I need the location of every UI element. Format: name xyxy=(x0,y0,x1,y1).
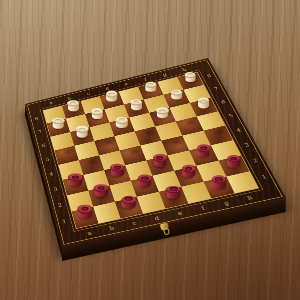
square-c6 xyxy=(90,122,115,141)
checker-core xyxy=(72,175,79,179)
square-a6 xyxy=(51,132,75,151)
square-h5 xyxy=(197,111,225,130)
coord-label-f-181x281: f xyxy=(190,202,216,214)
coord-label-8-280x26: 8 xyxy=(201,69,218,84)
checker-white-c7 xyxy=(91,108,103,119)
coord-label-g-212x281: g xyxy=(213,197,240,209)
coord-label-7-4x57: 7 xyxy=(33,124,46,140)
coord-label-1-280x243: 1 xyxy=(254,168,275,187)
checker-core xyxy=(109,92,115,95)
checker-red-a1 xyxy=(77,205,92,219)
checker-red-h2 xyxy=(227,155,241,168)
square-b1 xyxy=(93,202,120,224)
coord-label-a-26x281: a xyxy=(78,227,102,239)
checker-white-g7 xyxy=(171,89,183,100)
checker-red-c1 xyxy=(121,195,136,209)
checker-core xyxy=(125,197,133,201)
checker-white-h6 xyxy=(198,97,210,108)
checker-core xyxy=(81,207,89,211)
checker-white-d8 xyxy=(106,91,118,102)
checker-core xyxy=(79,128,86,132)
coord-label-c-88x281: c xyxy=(122,217,147,229)
checker-core xyxy=(215,177,222,181)
square-a5 xyxy=(55,146,79,165)
checker-red-c3 xyxy=(110,164,124,177)
checker-core xyxy=(133,100,139,103)
square-h4 xyxy=(204,126,233,146)
checker-core xyxy=(185,166,192,170)
square-g6 xyxy=(169,103,196,122)
checker-core xyxy=(170,187,178,191)
checker-core xyxy=(70,102,76,105)
square-f1 xyxy=(181,182,211,204)
checker-white-b6 xyxy=(76,126,89,138)
checker-white-b8 xyxy=(67,100,79,111)
checker-core xyxy=(201,99,207,102)
coord-label-3-4x181: 3 xyxy=(48,181,63,199)
square-d4 xyxy=(120,146,147,166)
coord-label-e-150x7: e xyxy=(116,79,137,89)
checker-red-b2 xyxy=(94,184,109,197)
checker-white-e7 xyxy=(130,99,142,110)
coord-label-5-280x119: 5 xyxy=(222,108,241,125)
checker-red-d2 xyxy=(138,175,152,188)
square-d1 xyxy=(137,192,166,214)
coord-label-1-4x243: 1 xyxy=(57,212,73,231)
table-surface: aa11bb22cc33dd44ee55ff66gg77hh88 xyxy=(0,0,300,300)
checker-white-f8 xyxy=(145,82,156,92)
checker-red-e1 xyxy=(166,186,181,200)
checker-white-f6 xyxy=(156,107,168,118)
coord-label-h-243x281: h xyxy=(237,192,264,204)
checker-core xyxy=(173,91,179,94)
coord-label-2-280x212: 2 xyxy=(245,152,265,171)
coord-label-7-280x57: 7 xyxy=(208,81,226,97)
square-e5 xyxy=(135,126,162,145)
coord-label-5-4x119: 5 xyxy=(41,151,55,168)
coord-label-4-4x150: 4 xyxy=(44,166,58,183)
coord-label-b-57x281: b xyxy=(100,222,125,234)
square-e6 xyxy=(129,113,155,132)
square-h1 xyxy=(226,171,258,193)
coord-label-a-26x7: a xyxy=(41,98,61,107)
square-b4 xyxy=(79,155,104,175)
square-d5 xyxy=(114,131,140,150)
checker-core xyxy=(141,176,148,180)
checker-white-h8 xyxy=(185,72,196,82)
coord-label-e-150x281: e xyxy=(167,207,193,219)
checker-white-d6 xyxy=(116,117,128,128)
checker-red-g3 xyxy=(197,145,210,157)
checker-red-f2 xyxy=(182,165,196,178)
coord-label-c-88x7: c xyxy=(78,89,99,98)
coord-label-8-4x26: 8 xyxy=(30,111,43,126)
coord-label-6-280x88: 6 xyxy=(214,94,232,110)
square-b5 xyxy=(74,141,99,160)
checker-core xyxy=(98,186,106,190)
coord-label-6-4x88: 6 xyxy=(37,138,51,154)
checker-core xyxy=(148,83,154,86)
square-c5 xyxy=(94,136,119,155)
coord-label-2-4x212: 2 xyxy=(52,196,67,215)
coord-label-g-212x7: g xyxy=(154,70,176,80)
checker-core xyxy=(114,166,121,170)
checker-red-a3 xyxy=(68,174,82,187)
square-g5 xyxy=(176,116,204,135)
checker-red-e3 xyxy=(153,154,167,167)
checker-white-a7 xyxy=(52,118,64,130)
checker-core xyxy=(159,109,165,112)
square-f4 xyxy=(161,136,189,156)
square-f5 xyxy=(155,121,182,140)
checker-red-g1 xyxy=(212,176,226,189)
checker-core xyxy=(94,110,100,113)
board-grid xyxy=(43,72,258,228)
